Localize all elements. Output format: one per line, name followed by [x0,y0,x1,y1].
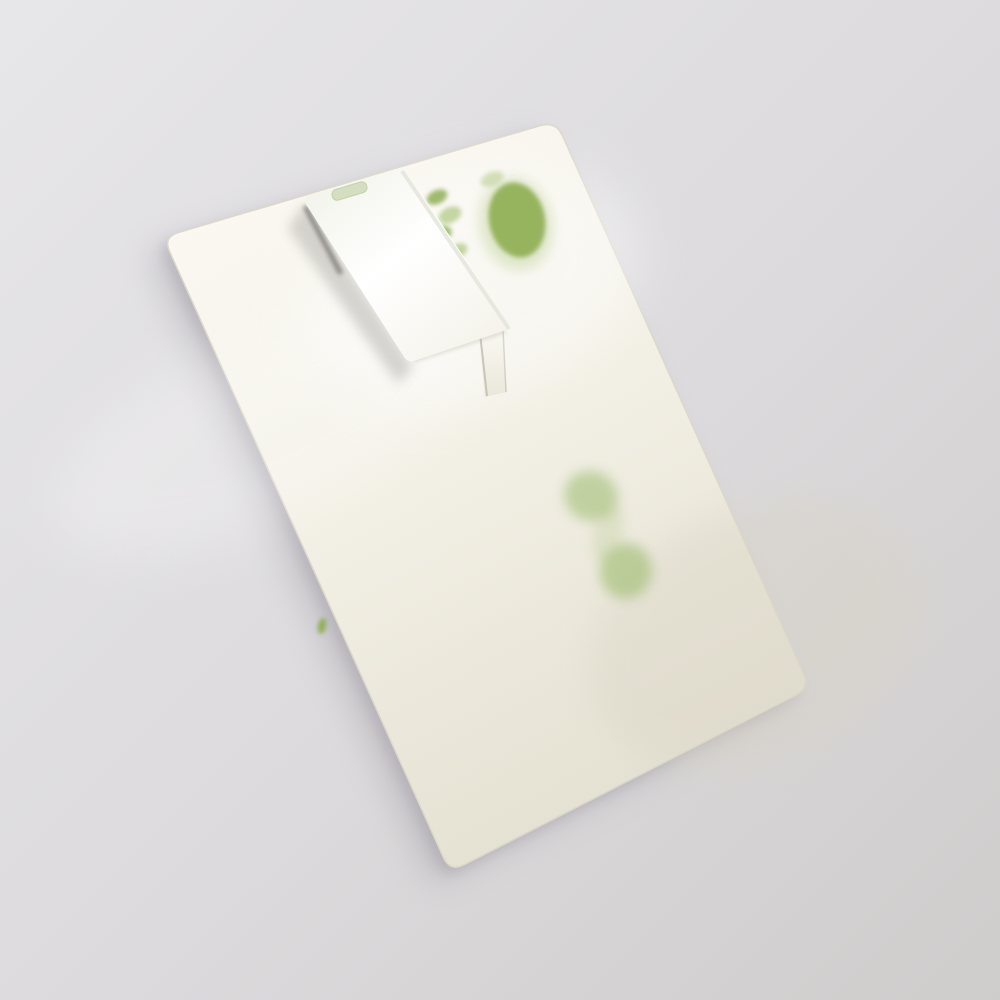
product-photo [0,0,1000,1000]
photo-canvas [0,0,1000,1000]
